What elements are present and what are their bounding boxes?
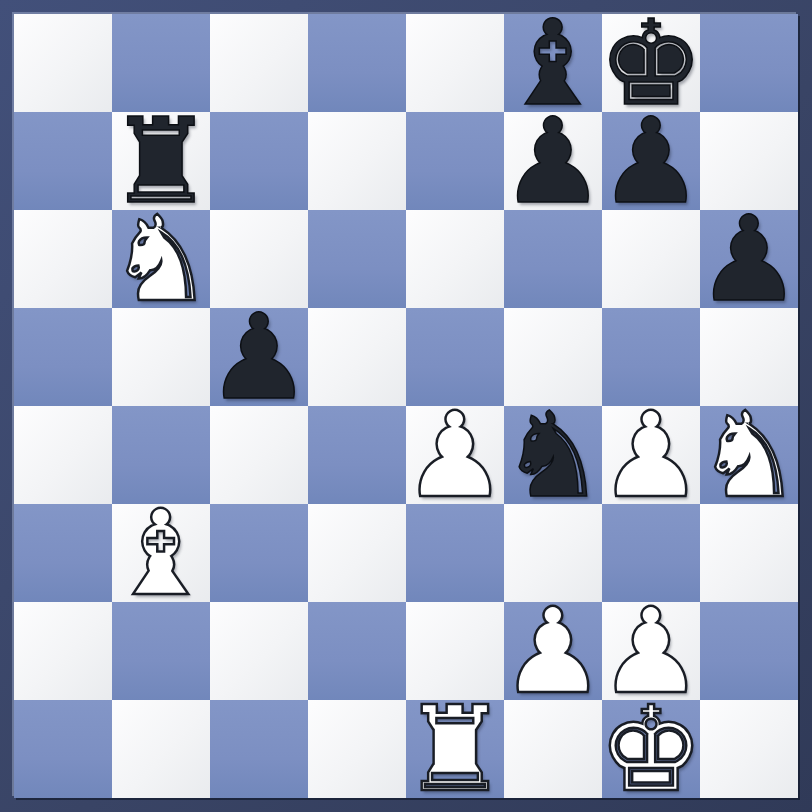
white-pawn[interactable]: ♟ bbox=[598, 406, 704, 504]
white-knight[interactable]: ♞ bbox=[108, 210, 214, 308]
square-b3[interactable]: ♝ bbox=[112, 504, 210, 602]
square-d7[interactable] bbox=[308, 112, 406, 210]
square-h1[interactable] bbox=[700, 700, 798, 798]
square-a1[interactable] bbox=[14, 700, 112, 798]
black-knight[interactable]: ♞ bbox=[500, 406, 606, 504]
square-a4[interactable] bbox=[14, 406, 112, 504]
square-c7[interactable] bbox=[210, 112, 308, 210]
square-c2[interactable] bbox=[210, 602, 308, 700]
square-f2[interactable]: ♟ bbox=[504, 602, 602, 700]
square-d5[interactable] bbox=[308, 308, 406, 406]
square-f6[interactable] bbox=[504, 210, 602, 308]
white-pawn[interactable]: ♟ bbox=[500, 602, 606, 700]
square-h4[interactable]: ♞ bbox=[700, 406, 798, 504]
square-g7[interactable]: ♟ bbox=[602, 112, 700, 210]
square-d2[interactable] bbox=[308, 602, 406, 700]
square-b1[interactable] bbox=[112, 700, 210, 798]
square-b5[interactable] bbox=[112, 308, 210, 406]
square-c3[interactable] bbox=[210, 504, 308, 602]
board-frame: ♝♚♜♟♟♞♟♟♟♞♟♞♝♟♟♜♚ bbox=[0, 0, 812, 812]
square-a7[interactable] bbox=[14, 112, 112, 210]
black-pawn[interactable]: ♟ bbox=[598, 112, 704, 210]
white-bishop[interactable]: ♝ bbox=[108, 504, 214, 602]
square-f7[interactable]: ♟ bbox=[504, 112, 602, 210]
square-d8[interactable] bbox=[308, 14, 406, 112]
square-d6[interactable] bbox=[308, 210, 406, 308]
white-king[interactable]: ♚ bbox=[598, 700, 704, 798]
square-e1[interactable]: ♜ bbox=[406, 700, 504, 798]
square-f4[interactable]: ♞ bbox=[504, 406, 602, 504]
square-b6[interactable]: ♞ bbox=[112, 210, 210, 308]
white-knight[interactable]: ♞ bbox=[696, 406, 802, 504]
square-e6[interactable] bbox=[406, 210, 504, 308]
square-b2[interactable] bbox=[112, 602, 210, 700]
black-pawn[interactable]: ♟ bbox=[500, 112, 606, 210]
square-h6[interactable]: ♟ bbox=[700, 210, 798, 308]
black-pawn[interactable]: ♟ bbox=[206, 308, 312, 406]
white-rook[interactable]: ♜ bbox=[402, 700, 508, 798]
square-f1[interactable] bbox=[504, 700, 602, 798]
square-h3[interactable] bbox=[700, 504, 798, 602]
chess-board: ♝♚♜♟♟♞♟♟♟♞♟♞♝♟♟♜♚ bbox=[14, 14, 798, 798]
square-h2[interactable] bbox=[700, 602, 798, 700]
square-g4[interactable]: ♟ bbox=[602, 406, 700, 504]
square-h8[interactable] bbox=[700, 14, 798, 112]
square-a6[interactable] bbox=[14, 210, 112, 308]
square-c1[interactable] bbox=[210, 700, 308, 798]
square-a8[interactable] bbox=[14, 14, 112, 112]
square-d1[interactable] bbox=[308, 700, 406, 798]
white-pawn[interactable]: ♟ bbox=[402, 406, 508, 504]
square-c8[interactable] bbox=[210, 14, 308, 112]
square-g1[interactable]: ♚ bbox=[602, 700, 700, 798]
square-a2[interactable] bbox=[14, 602, 112, 700]
square-e7[interactable] bbox=[406, 112, 504, 210]
square-a5[interactable] bbox=[14, 308, 112, 406]
square-c5[interactable]: ♟ bbox=[210, 308, 308, 406]
square-a3[interactable] bbox=[14, 504, 112, 602]
black-pawn[interactable]: ♟ bbox=[696, 210, 802, 308]
square-e3[interactable] bbox=[406, 504, 504, 602]
square-d3[interactable] bbox=[308, 504, 406, 602]
square-e8[interactable] bbox=[406, 14, 504, 112]
square-g6[interactable] bbox=[602, 210, 700, 308]
square-d4[interactable] bbox=[308, 406, 406, 504]
square-e4[interactable]: ♟ bbox=[406, 406, 504, 504]
square-c4[interactable] bbox=[210, 406, 308, 504]
